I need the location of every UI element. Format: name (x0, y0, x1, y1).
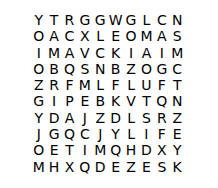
grid-cell-r2c4[interactable]: X (77, 28, 92, 44)
grid-cell-r5c10[interactable]: T (170, 77, 185, 93)
grid-cell-r4c4[interactable]: S (77, 61, 92, 77)
grid-cell-r6c2[interactable]: I (46, 93, 61, 109)
grid-cell-r6c3[interactable]: P (62, 93, 77, 109)
grid-cell-r2c3[interactable]: C (62, 28, 77, 44)
grid-cell-r10c9[interactable]: S (154, 159, 169, 175)
grid-cell-r2c9[interactable]: A (154, 28, 169, 44)
grid-cell-r8c5[interactable]: J (93, 126, 108, 142)
grid-cell-r7c8[interactable]: S (139, 110, 154, 126)
grid-cell-r7c9[interactable]: R (154, 110, 169, 126)
grid-cell-r4c10[interactable]: C (170, 61, 185, 77)
grid-cell-r2c2[interactable]: A (46, 28, 61, 44)
grid-cell-r3c10[interactable]: M (170, 45, 185, 61)
grid-cell-r5c3[interactable]: F (62, 77, 77, 93)
grid-cell-r5c6[interactable]: F (108, 77, 123, 93)
grid-cell-r4c2[interactable]: B (46, 61, 61, 77)
grid-cell-r9c2[interactable]: E (46, 142, 61, 158)
grid-cell-r1c6[interactable]: W (108, 12, 123, 28)
grid-cell-r2c7[interactable]: O (123, 28, 138, 44)
grid-cell-r6c10[interactable]: N (170, 93, 185, 109)
grid-cell-r1c8[interactable]: L (139, 12, 154, 28)
grid-cell-r2c1[interactable]: O (31, 28, 46, 44)
grid-cell-r6c9[interactable]: Q (154, 93, 169, 109)
grid-cell-r3c6[interactable]: K (108, 45, 123, 61)
grid-cell-r6c1[interactable]: G (31, 93, 46, 109)
grid-cell-r7c3[interactable]: A (62, 110, 77, 126)
grid-cell-r10c6[interactable]: E (108, 159, 123, 175)
grid-cell-r6c4[interactable]: E (77, 93, 92, 109)
grid-cell-r6c6[interactable]: K (108, 93, 123, 109)
grid-cell-r9c9[interactable]: X (154, 142, 169, 158)
grid-cell-r1c1[interactable]: Y (31, 12, 46, 28)
grid-cell-r2c10[interactable]: S (170, 28, 185, 44)
grid-cell-r7c7[interactable]: L (123, 110, 138, 126)
grid-cell-r5c8[interactable]: U (139, 77, 154, 93)
grid-cell-r8c6[interactable]: Y (108, 126, 123, 142)
grid-cell-r10c3[interactable]: X (62, 159, 77, 175)
grid-cell-r8c1[interactable]: J (31, 126, 46, 142)
grid-cell-r3c9[interactable]: I (154, 45, 169, 61)
grid-cell-r10c5[interactable]: D (93, 159, 108, 175)
grid-cell-r10c4[interactable]: Q (77, 159, 92, 175)
grid-cell-r4c9[interactable]: G (154, 61, 169, 77)
grid-cell-r1c4[interactable]: G (77, 12, 92, 28)
grid-cell-r5c4[interactable]: M (77, 77, 92, 93)
grid-cell-r4c5[interactable]: N (93, 61, 108, 77)
grid-cell-r9c10[interactable]: Y (170, 142, 185, 158)
grid-cell-r5c5[interactable]: L (93, 77, 108, 93)
grid-cell-r4c8[interactable]: O (139, 61, 154, 77)
grid-cell-r4c7[interactable]: Z (123, 61, 138, 77)
grid-cell-r9c6[interactable]: Q (108, 142, 123, 158)
grid-cell-r9c5[interactable]: M (93, 142, 108, 158)
grid-cell-r6c7[interactable]: V (123, 93, 138, 109)
grid-cell-r2c8[interactable]: M (139, 28, 154, 44)
grid-cell-r8c8[interactable]: I (139, 126, 154, 142)
grid-cell-r3c4[interactable]: V (77, 45, 92, 61)
grid-cell-r1c2[interactable]: T (46, 12, 61, 28)
grid-cell-r1c9[interactable]: C (154, 12, 169, 28)
grid-cell-r8c9[interactable]: F (154, 126, 169, 142)
grid-cell-r8c7[interactable]: L (123, 126, 138, 142)
grid-cell-r9c4[interactable]: I (77, 142, 92, 158)
grid-cell-r7c4[interactable]: J (77, 110, 92, 126)
grid-cell-r6c5[interactable]: B (93, 93, 108, 109)
grid-cell-r4c3[interactable]: Q (62, 61, 77, 77)
grid-cell-r1c7[interactable]: G (123, 12, 138, 28)
grid-cell-r3c2[interactable]: M (46, 45, 61, 61)
grid-cell-r1c3[interactable]: R (62, 12, 77, 28)
grid-cell-r5c7[interactable]: L (123, 77, 138, 93)
word-search-grid: YTRGGWGLCNOACXLEOMASIMAVCKIAIMOBQSNBZOGC… (31, 12, 185, 175)
grid-cell-r6c8[interactable]: T (139, 93, 154, 109)
grid-cell-r10c7[interactable]: Z (123, 159, 138, 175)
grid-cell-r5c9[interactable]: F (154, 77, 169, 93)
grid-cell-r5c2[interactable]: R (46, 77, 61, 93)
grid-cell-r9c1[interactable]: O (31, 142, 46, 158)
grid-cell-r10c1[interactable]: M (31, 159, 46, 175)
grid-cell-r7c1[interactable]: Y (31, 110, 46, 126)
grid-cell-r3c5[interactable]: C (93, 45, 108, 61)
grid-cell-r8c10[interactable]: E (170, 126, 185, 142)
grid-cell-r9c7[interactable]: H (123, 142, 138, 158)
grid-cell-r1c10[interactable]: N (170, 12, 185, 28)
grid-cell-r8c2[interactable]: G (46, 126, 61, 142)
grid-cell-r10c10[interactable]: K (170, 159, 185, 175)
grid-cell-r3c3[interactable]: A (62, 45, 77, 61)
grid-cell-r1c5[interactable]: G (93, 12, 108, 28)
grid-cell-r8c4[interactable]: C (77, 126, 92, 142)
grid-cell-r4c6[interactable]: B (108, 61, 123, 77)
grid-cell-r3c7[interactable]: I (123, 45, 138, 61)
grid-cell-r2c6[interactable]: E (108, 28, 123, 44)
grid-cell-r9c8[interactable]: D (139, 142, 154, 158)
word-search-page: YTRGGWGLCNOACXLEOMASIMAVCKIAIMOBQSNBZOGC… (0, 0, 218, 188)
grid-cell-r7c5[interactable]: Z (93, 110, 108, 126)
grid-cell-r2c5[interactable]: L (93, 28, 108, 44)
grid-cell-r10c2[interactable]: H (46, 159, 61, 175)
grid-cell-r7c6[interactable]: D (108, 110, 123, 126)
grid-cell-r10c8[interactable]: E (139, 159, 154, 175)
grid-cell-r8c3[interactable]: Q (62, 126, 77, 142)
grid-cell-r7c2[interactable]: D (46, 110, 61, 126)
grid-cell-r7c10[interactable]: Z (170, 110, 185, 126)
grid-cell-r3c1[interactable]: I (31, 45, 46, 61)
grid-cell-r9c3[interactable]: T (62, 142, 77, 158)
grid-cell-r5c1[interactable]: Z (31, 77, 46, 93)
grid-cell-r3c8[interactable]: A (139, 45, 154, 61)
grid-cell-r4c1[interactable]: O (31, 61, 46, 77)
